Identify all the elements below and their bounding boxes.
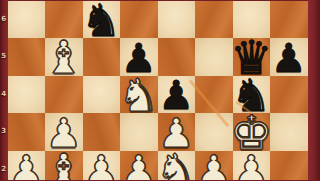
square-a6[interactable] <box>8 1 46 39</box>
square-c6[interactable]: ♞ <box>83 1 121 39</box>
square-f6[interactable] <box>195 1 233 39</box>
white-knight[interactable]: ♞ <box>156 148 196 180</box>
square-g2[interactable]: ♟ <box>233 151 271 181</box>
square-e2[interactable]: ♞ <box>158 151 196 181</box>
white-bishop[interactable]: ♝ <box>44 148 84 180</box>
square-b2[interactable]: ♝ <box>45 151 83 181</box>
rank-label-3: 3 <box>0 127 8 136</box>
white-knight[interactable]: ♞ <box>119 73 159 118</box>
square-a2[interactable]: ♟ <box>8 151 46 181</box>
square-c3[interactable] <box>83 113 121 151</box>
square-d3[interactable] <box>120 113 158 151</box>
square-a3[interactable] <box>8 113 46 151</box>
white-pawn[interactable]: ♟ <box>233 150 269 180</box>
square-f5[interactable] <box>195 38 233 76</box>
square-b5[interactable]: ♝ <box>45 38 83 76</box>
white-pawn[interactable]: ♟ <box>196 150 232 180</box>
square-h3[interactable] <box>270 113 308 151</box>
rank-label-5: 5 <box>0 52 8 61</box>
rank-label-6: 6 <box>0 15 8 24</box>
square-g3[interactable]: ♚ <box>233 113 271 151</box>
black-pawn[interactable]: ♟ <box>271 38 307 78</box>
white-pawn[interactable]: ♟ <box>8 150 44 180</box>
square-d2[interactable]: ♟ <box>120 151 158 181</box>
square-c2[interactable]: ♟ <box>83 151 121 181</box>
square-e5[interactable] <box>158 38 196 76</box>
rank-label-4: 4 <box>0 90 8 99</box>
white-pawn[interactable]: ♟ <box>83 150 119 180</box>
square-h4[interactable] <box>270 76 308 114</box>
rank-label-2: 2 <box>0 165 8 174</box>
square-c4[interactable] <box>83 76 121 114</box>
chess-board: ♞♝♟♛♟♞♟♞♟♟♚♟♝♟♟♞♟♟ <box>8 1 308 181</box>
square-a4[interactable] <box>8 76 46 114</box>
square-f4[interactable] <box>195 76 233 114</box>
square-c5[interactable] <box>83 38 121 76</box>
square-h5[interactable]: ♟ <box>270 38 308 76</box>
square-f2[interactable]: ♟ <box>195 151 233 181</box>
square-e6[interactable] <box>158 1 196 39</box>
black-knight[interactable]: ♞ <box>81 0 121 43</box>
white-bishop[interactable]: ♝ <box>44 35 84 80</box>
square-b4[interactable] <box>45 76 83 114</box>
square-a5[interactable] <box>8 38 46 76</box>
square-d4[interactable]: ♞ <box>120 76 158 114</box>
square-f3[interactable] <box>195 113 233 151</box>
white-pawn[interactable]: ♟ <box>121 150 157 180</box>
square-h2[interactable] <box>270 151 308 181</box>
square-h6[interactable] <box>270 1 308 39</box>
board-frame-right <box>308 0 320 180</box>
square-d6[interactable] <box>120 1 158 39</box>
square-e4[interactable]: ♟ <box>158 76 196 114</box>
